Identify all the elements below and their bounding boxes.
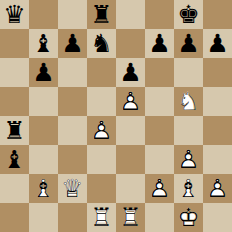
square-e4[interactable]: [116, 116, 145, 145]
piece-black-pawn-icon: ♟: [29, 58, 58, 87]
piece-white-pawn-icon: ♟♙: [174, 145, 203, 174]
square-f5[interactable]: [145, 87, 174, 116]
square-g2[interactable]: ♝♗: [174, 174, 203, 203]
square-g4[interactable]: [174, 116, 203, 145]
square-h7[interactable]: ♟: [203, 29, 232, 58]
piece-black-pawn-icon: ♟: [145, 29, 174, 58]
square-b6[interactable]: ♟: [29, 58, 58, 87]
square-g1[interactable]: ♚♔: [174, 203, 203, 232]
square-b1[interactable]: [29, 203, 58, 232]
square-b8[interactable]: [29, 0, 58, 29]
square-f6[interactable]: [145, 58, 174, 87]
square-e6[interactable]: ♟: [116, 58, 145, 87]
square-e5[interactable]: ♟♙: [116, 87, 145, 116]
square-a7[interactable]: [0, 29, 29, 58]
square-b3[interactable]: [29, 145, 58, 174]
square-g6[interactable]: [174, 58, 203, 87]
square-d6[interactable]: [87, 58, 116, 87]
piece-black-queen-icon: ♛: [0, 0, 29, 29]
piece-white-bishop-icon: ♝♗: [174, 174, 203, 203]
piece-black-pawn-icon: ♟: [58, 29, 87, 58]
square-c4[interactable]: [58, 116, 87, 145]
piece-black-bishop-icon: ♝: [0, 145, 29, 174]
piece-white-bishop-icon: ♝♗: [29, 174, 58, 203]
square-f7[interactable]: ♟: [145, 29, 174, 58]
square-b2[interactable]: ♝♗: [29, 174, 58, 203]
square-e1[interactable]: ♜♖: [116, 203, 145, 232]
square-b5[interactable]: [29, 87, 58, 116]
square-c1[interactable]: [58, 203, 87, 232]
square-g3[interactable]: ♟♙: [174, 145, 203, 174]
square-a8[interactable]: ♛: [0, 0, 29, 29]
square-b7[interactable]: ♝: [29, 29, 58, 58]
square-a1[interactable]: [0, 203, 29, 232]
square-f2[interactable]: ♟♙: [145, 174, 174, 203]
square-h6[interactable]: [203, 58, 232, 87]
piece-black-knight-icon: ♞: [87, 29, 116, 58]
square-b4[interactable]: [29, 116, 58, 145]
square-h2[interactable]: ♟♙: [203, 174, 232, 203]
piece-white-pawn-icon: ♟♙: [87, 116, 116, 145]
square-d7[interactable]: ♞: [87, 29, 116, 58]
piece-white-knight-icon: ♞♘: [174, 87, 203, 116]
square-e8[interactable]: [116, 0, 145, 29]
square-e3[interactable]: [116, 145, 145, 174]
square-h8[interactable]: [203, 0, 232, 29]
square-c7[interactable]: ♟: [58, 29, 87, 58]
square-c2[interactable]: ♛♕: [58, 174, 87, 203]
square-d4[interactable]: ♟♙: [87, 116, 116, 145]
square-f1[interactable]: [145, 203, 174, 232]
square-h4[interactable]: [203, 116, 232, 145]
piece-white-queen-icon: ♛♕: [58, 174, 87, 203]
square-c8[interactable]: [58, 0, 87, 29]
piece-black-king-icon: ♚: [174, 0, 203, 29]
square-a2[interactable]: [0, 174, 29, 203]
square-h1[interactable]: [203, 203, 232, 232]
square-d2[interactable]: [87, 174, 116, 203]
square-c5[interactable]: [58, 87, 87, 116]
chess-board: ♛♜♚♝♟♞♟♟♟♟♟♟♙♞♘♜♟♙♝♟♙♝♗♛♕♟♙♝♗♟♙♜♖♜♖♚♔: [0, 0, 232, 232]
square-d8[interactable]: ♜: [87, 0, 116, 29]
square-d1[interactable]: ♜♖: [87, 203, 116, 232]
square-d5[interactable]: [87, 87, 116, 116]
square-g5[interactable]: ♞♘: [174, 87, 203, 116]
square-d3[interactable]: [87, 145, 116, 174]
piece-black-bishop-icon: ♝: [29, 29, 58, 58]
square-f8[interactable]: [145, 0, 174, 29]
piece-black-pawn-icon: ♟: [116, 58, 145, 87]
piece-black-rook-icon: ♜: [87, 0, 116, 29]
square-e2[interactable]: [116, 174, 145, 203]
piece-white-rook-icon: ♜♖: [87, 203, 116, 232]
square-g8[interactable]: ♚: [174, 0, 203, 29]
piece-black-pawn-icon: ♟: [203, 29, 232, 58]
piece-black-rook-icon: ♜: [0, 116, 29, 145]
square-f4[interactable]: [145, 116, 174, 145]
piece-white-pawn-icon: ♟♙: [203, 174, 232, 203]
square-g7[interactable]: ♟: [174, 29, 203, 58]
square-h5[interactable]: [203, 87, 232, 116]
piece-black-pawn-icon: ♟: [174, 29, 203, 58]
square-f3[interactable]: [145, 145, 174, 174]
piece-white-pawn-icon: ♟♙: [116, 87, 145, 116]
piece-white-pawn-icon: ♟♙: [145, 174, 174, 203]
square-h3[interactable]: [203, 145, 232, 174]
square-c3[interactable]: [58, 145, 87, 174]
piece-white-rook-icon: ♜♖: [116, 203, 145, 232]
square-a5[interactable]: [0, 87, 29, 116]
square-a4[interactable]: ♜: [0, 116, 29, 145]
square-e7[interactable]: [116, 29, 145, 58]
square-a6[interactable]: [0, 58, 29, 87]
piece-white-king-icon: ♚♔: [174, 203, 203, 232]
square-c6[interactable]: [58, 58, 87, 87]
square-a3[interactable]: ♝: [0, 145, 29, 174]
